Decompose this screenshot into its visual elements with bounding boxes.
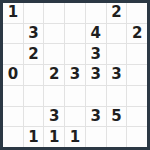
cell-r5c5[interactable]: [86, 86, 106, 106]
cell-r4c1-clue[interactable]: 0: [3, 65, 23, 85]
cell-r2c5-clue[interactable]: 4: [86, 24, 106, 44]
cell-r1c5[interactable]: [86, 3, 106, 23]
cell-r3c1[interactable]: [3, 44, 23, 64]
cell-r3c2-clue[interactable]: 2: [24, 44, 44, 64]
cell-r1c1-clue[interactable]: 1: [3, 3, 23, 23]
cell-r2c6[interactable]: [107, 24, 127, 44]
cell-r4c3-clue[interactable]: 2: [44, 65, 64, 85]
cell-r1c7[interactable]: [127, 3, 147, 23]
cell-r5c4[interactable]: [65, 86, 85, 106]
cell-r2c2-clue[interactable]: 3: [24, 24, 44, 44]
cell-r7c7[interactable]: [127, 127, 147, 147]
cell-r7c2-clue[interactable]: 1: [24, 127, 44, 147]
cell-r5c1[interactable]: [3, 86, 23, 106]
cell-r7c3-clue[interactable]: 1: [44, 127, 64, 147]
cell-r4c4-clue[interactable]: 3: [65, 65, 85, 85]
cell-r6c4[interactable]: [65, 107, 85, 127]
cell-r3c3[interactable]: [44, 44, 64, 64]
cell-r3c4[interactable]: [65, 44, 85, 64]
cell-r5c2[interactable]: [24, 86, 44, 106]
cell-r6c6-clue[interactable]: 5: [107, 107, 127, 127]
cell-r6c7[interactable]: [127, 107, 147, 127]
cell-r2c7-clue[interactable]: 2: [127, 24, 147, 44]
cell-r5c3[interactable]: [44, 86, 64, 106]
cell-r2c4[interactable]: [65, 24, 85, 44]
cell-r6c3-clue[interactable]: 3: [44, 107, 64, 127]
cell-r7c4-clue[interactable]: 1: [65, 127, 85, 147]
cell-r3c7[interactable]: [127, 44, 147, 64]
cell-r4c2[interactable]: [24, 65, 44, 85]
cell-r4c5-clue[interactable]: 3: [86, 65, 106, 85]
cell-r3c6[interactable]: [107, 44, 127, 64]
cell-r6c5-clue[interactable]: 3: [86, 107, 106, 127]
cell-r3c5-clue[interactable]: 3: [86, 44, 106, 64]
cell-r2c3[interactable]: [44, 24, 64, 44]
cell-r5c7[interactable]: [127, 86, 147, 106]
cell-r1c3[interactable]: [44, 3, 64, 23]
cell-r7c5[interactable]: [86, 127, 106, 147]
cell-r4c7[interactable]: [127, 65, 147, 85]
cell-r5c6[interactable]: [107, 86, 127, 106]
cell-r1c6-clue[interactable]: 2: [107, 3, 127, 23]
cell-r1c4[interactable]: [65, 3, 85, 23]
cell-r2c1[interactable]: [3, 24, 23, 44]
puzzle-board: 123422302333335111: [0, 0, 150, 150]
cell-r4c6-clue[interactable]: 3: [107, 65, 127, 85]
cell-r1c2[interactable]: [24, 3, 44, 23]
cell-r6c1[interactable]: [3, 107, 23, 127]
cell-r7c6[interactable]: [107, 127, 127, 147]
cell-r7c1[interactable]: [3, 127, 23, 147]
cell-r6c2[interactable]: [24, 107, 44, 127]
